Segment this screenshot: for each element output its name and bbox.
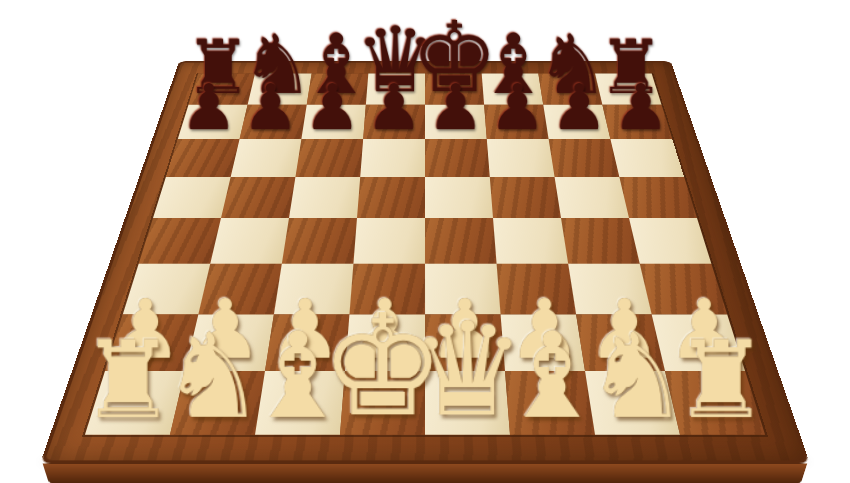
white-knight-b1[interactable]: ♞ — [161, 321, 266, 432]
square-e7[interactable]: ♟ — [425, 105, 487, 139]
square-f6[interactable] — [487, 139, 555, 177]
square-g7[interactable]: ♟ — [543, 105, 610, 139]
board-grid: ♜♞♝♛♚♝♞♜♟♟♟♟♟♟♟♟♟♟♟♟♟♟♟♟♜♞♝♚♛♝♞♜ — [85, 73, 765, 434]
square-f5[interactable] — [490, 177, 561, 218]
perspective-scene: ♜♞♝♛♚♝♞♜♟♟♟♟♟♟♟♟♟♟♟♟♟♟♟♟♜♞♝♚♛♝♞♜ — [0, 0, 850, 483]
square-c5[interactable] — [289, 177, 360, 218]
black-pawn-g7[interactable]: ♟ — [551, 77, 608, 137]
square-d4[interactable] — [353, 218, 425, 264]
square-b7[interactable]: ♟ — [240, 105, 307, 139]
square-e4[interactable] — [425, 218, 497, 264]
white-king-d1[interactable]: ♚ — [320, 299, 445, 432]
black-pawn-e7[interactable]: ♟ — [427, 77, 484, 137]
square-h7[interactable]: ♟ — [602, 105, 672, 139]
square-e5[interactable] — [425, 177, 493, 218]
square-h5[interactable] — [619, 177, 697, 218]
square-b6[interactable] — [231, 139, 302, 177]
square-g4[interactable] — [561, 218, 640, 264]
black-pawn-d7[interactable]: ♟ — [366, 77, 423, 137]
black-pawn-h7[interactable]: ♟ — [612, 77, 669, 137]
square-c7[interactable]: ♟ — [301, 105, 366, 139]
square-d5[interactable] — [357, 177, 425, 218]
square-d6[interactable] — [360, 139, 425, 177]
chess-set-photo: ♜♞♝♛♚♝♞♜♟♟♟♟♟♟♟♟♟♟♟♟♟♟♟♟♜♞♝♚♛♝♞♜ — [0, 0, 850, 483]
square-c6[interactable] — [295, 139, 363, 177]
black-pawn-a7[interactable]: ♟ — [181, 77, 238, 137]
square-g5[interactable] — [555, 177, 629, 218]
black-pawn-b7[interactable]: ♟ — [242, 77, 299, 137]
square-h4[interactable] — [629, 218, 711, 264]
square-f7[interactable]: ♟ — [484, 105, 549, 139]
square-g6[interactable] — [549, 139, 620, 177]
square-h6[interactable] — [610, 139, 684, 177]
black-pawn-f7[interactable]: ♟ — [489, 77, 546, 137]
square-b5[interactable] — [221, 177, 295, 218]
square-b4[interactable] — [210, 218, 289, 264]
square-d7[interactable]: ♟ — [363, 105, 425, 139]
square-g1[interactable]: ♞ — [585, 371, 680, 435]
square-b1[interactable]: ♞ — [170, 371, 265, 435]
square-f4[interactable] — [493, 218, 568, 264]
white-knight-g1[interactable]: ♞ — [584, 321, 689, 432]
black-pawn-c7[interactable]: ♟ — [304, 77, 361, 137]
square-e6[interactable] — [425, 139, 490, 177]
square-a6[interactable] — [166, 139, 240, 177]
board-front-edge — [43, 464, 808, 483]
square-c4[interactable] — [282, 218, 357, 264]
square-f1[interactable]: ♝ — [505, 371, 595, 435]
chess-board-frame: ♜♞♝♛♚♝♞♜♟♟♟♟♟♟♟♟♟♟♟♟♟♟♟♟♜♞♝♚♛♝♞♜ — [40, 61, 810, 463]
square-a4[interactable] — [139, 218, 221, 264]
square-d1[interactable]: ♚ — [340, 371, 425, 435]
square-a5[interactable] — [153, 177, 231, 218]
square-a7[interactable]: ♟ — [178, 105, 248, 139]
